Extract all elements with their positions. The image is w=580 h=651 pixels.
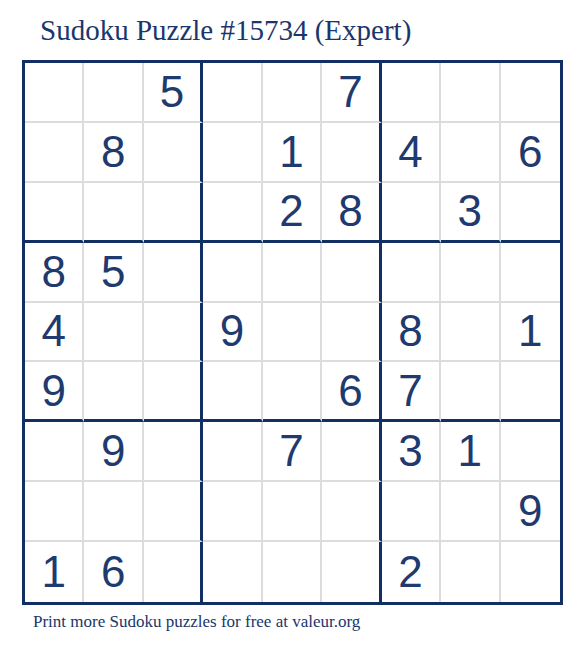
cell-r2c8 (441, 123, 500, 183)
cell-r3c8: 3 (441, 183, 500, 243)
cell-r6c7: 7 (382, 362, 441, 422)
cell-r1c6: 7 (322, 63, 381, 123)
cell-r3c1 (25, 183, 84, 243)
cell-r2c9: 6 (501, 123, 560, 183)
cell-r2c7: 4 (382, 123, 441, 183)
cell-r6c9 (501, 362, 560, 422)
cell-r1c5 (263, 63, 322, 123)
cell-r3c2 (84, 183, 143, 243)
cell-r9c2: 6 (84, 542, 143, 602)
cell-r5c9: 1 (501, 303, 560, 363)
sudoku-board: 57814628385498196797319162 (22, 60, 563, 605)
cell-r4c3 (144, 243, 203, 303)
cell-r4c6 (322, 243, 381, 303)
page-title: Sudoku Puzzle #15734 (Expert) (40, 14, 411, 47)
cell-r4c4 (203, 243, 262, 303)
cell-r6c3 (144, 362, 203, 422)
cell-r8c3 (144, 482, 203, 542)
cell-r4c8 (441, 243, 500, 303)
cell-r3c5: 2 (263, 183, 322, 243)
cell-r4c2: 5 (84, 243, 143, 303)
cell-r9c5 (263, 542, 322, 602)
cell-r6c4 (203, 362, 262, 422)
cell-r3c6: 8 (322, 183, 381, 243)
cell-r6c8 (441, 362, 500, 422)
cell-r5c6 (322, 303, 381, 363)
cell-r9c8 (441, 542, 500, 602)
cell-r2c2: 8 (84, 123, 143, 183)
cell-r5c2 (84, 303, 143, 363)
page: Sudoku Puzzle #15734 (Expert) 5781462838… (0, 0, 580, 651)
cell-r5c4: 9 (203, 303, 262, 363)
cell-r4c7 (382, 243, 441, 303)
cell-r6c2 (84, 362, 143, 422)
cell-r7c1 (25, 422, 84, 482)
cell-r5c5 (263, 303, 322, 363)
cell-r5c7: 8 (382, 303, 441, 363)
cell-r7c3 (144, 422, 203, 482)
cell-r8c7 (382, 482, 441, 542)
cell-r4c5 (263, 243, 322, 303)
cell-r8c5 (263, 482, 322, 542)
cell-r1c7 (382, 63, 441, 123)
cell-r9c4 (203, 542, 262, 602)
cell-r3c3 (144, 183, 203, 243)
cell-r3c9 (501, 183, 560, 243)
cell-r7c6 (322, 422, 381, 482)
cell-r4c1: 8 (25, 243, 84, 303)
cell-r2c5: 1 (263, 123, 322, 183)
cell-r8c1 (25, 482, 84, 542)
cell-r2c6 (322, 123, 381, 183)
cell-r1c4 (203, 63, 262, 123)
cell-r7c2: 9 (84, 422, 143, 482)
cell-r2c1 (25, 123, 84, 183)
cell-r7c8: 1 (441, 422, 500, 482)
cell-r9c7: 2 (382, 542, 441, 602)
cell-r2c4 (203, 123, 262, 183)
cell-r1c3: 5 (144, 63, 203, 123)
cell-r7c5: 7 (263, 422, 322, 482)
cell-r6c1: 9 (25, 362, 84, 422)
cell-r8c4 (203, 482, 262, 542)
cell-r5c8 (441, 303, 500, 363)
cell-r9c1: 1 (25, 542, 84, 602)
cell-r9c6 (322, 542, 381, 602)
cell-r4c9 (501, 243, 560, 303)
cell-r9c9 (501, 542, 560, 602)
cell-r7c9 (501, 422, 560, 482)
cell-r6c6: 6 (322, 362, 381, 422)
cell-r3c7 (382, 183, 441, 243)
cell-r9c3 (144, 542, 203, 602)
cell-r7c7: 3 (382, 422, 441, 482)
cell-r1c9 (501, 63, 560, 123)
cell-r1c2 (84, 63, 143, 123)
cell-r6c5 (263, 362, 322, 422)
cell-r7c4 (203, 422, 262, 482)
cell-r5c3 (144, 303, 203, 363)
cell-r5c1: 4 (25, 303, 84, 363)
cell-r8c8 (441, 482, 500, 542)
cell-r8c2 (84, 482, 143, 542)
cell-r1c1 (25, 63, 84, 123)
cell-r8c9: 9 (501, 482, 560, 542)
cell-r8c6 (322, 482, 381, 542)
cell-r3c4 (203, 183, 262, 243)
footer-text: Print more Sudoku puzzles for free at va… (33, 612, 360, 632)
cell-r1c8 (441, 63, 500, 123)
cell-r2c3 (144, 123, 203, 183)
